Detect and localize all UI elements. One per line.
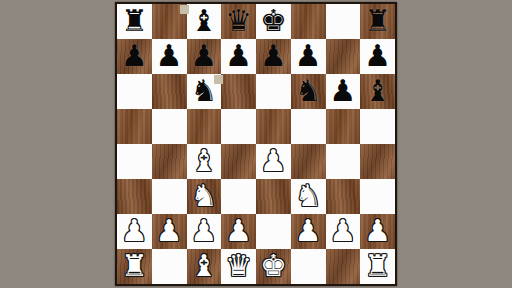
square-a7[interactable]: ♟ — [117, 39, 152, 74]
white-pawn: ♟ — [329, 216, 356, 246]
square-a1[interactable]: ♜ — [117, 249, 152, 284]
square-a4[interactable] — [117, 144, 152, 179]
square-b7[interactable]: ♟ — [152, 39, 187, 74]
square-e2[interactable] — [256, 214, 291, 249]
square-h1[interactable]: ♜ — [360, 249, 395, 284]
white-knight: ♞ — [190, 181, 217, 211]
square-d3[interactable] — [221, 179, 256, 214]
black-pawn: ♟ — [260, 41, 287, 71]
square-e7[interactable]: ♟ — [256, 39, 291, 74]
square-f5[interactable] — [291, 109, 326, 144]
square-h3[interactable] — [360, 179, 395, 214]
square-e6[interactable] — [256, 74, 291, 109]
square-h5[interactable] — [360, 109, 395, 144]
black-king: ♚ — [260, 6, 287, 36]
square-h6[interactable]: ♝ — [360, 74, 395, 109]
square-d5[interactable] — [221, 109, 256, 144]
square-f6[interactable]: ♞ — [291, 74, 326, 109]
square-b1[interactable] — [152, 249, 187, 284]
square-e8[interactable]: ♚ — [256, 4, 291, 39]
square-a6[interactable] — [117, 74, 152, 109]
square-d7[interactable]: ♟ — [221, 39, 256, 74]
white-knight: ♞ — [295, 181, 322, 211]
square-f7[interactable]: ♟ — [291, 39, 326, 74]
white-pawn: ♟ — [156, 216, 183, 246]
square-d4[interactable] — [221, 144, 256, 179]
white-pawn: ♟ — [190, 216, 217, 246]
square-g3[interactable] — [326, 179, 361, 214]
square-e3[interactable] — [256, 179, 291, 214]
square-c3[interactable]: ♞ — [187, 179, 222, 214]
white-bishop: ♝ — [190, 146, 217, 176]
square-b2[interactable]: ♟ — [152, 214, 187, 249]
square-d6[interactable] — [221, 74, 256, 109]
square-c2[interactable]: ♟ — [187, 214, 222, 249]
square-a5[interactable] — [117, 109, 152, 144]
square-f8[interactable] — [291, 4, 326, 39]
square-a8[interactable]: ♜ — [117, 4, 152, 39]
square-h4[interactable] — [360, 144, 395, 179]
square-b8[interactable] — [152, 4, 187, 39]
square-g5[interactable] — [326, 109, 361, 144]
square-a2[interactable]: ♟ — [117, 214, 152, 249]
white-pawn: ♟ — [121, 216, 148, 246]
black-pawn: ♟ — [121, 41, 148, 71]
white-queen: ♛ — [225, 251, 252, 281]
square-f1[interactable] — [291, 249, 326, 284]
square-e1[interactable]: ♚ — [256, 249, 291, 284]
square-d2[interactable]: ♟ — [221, 214, 256, 249]
black-queen: ♛ — [225, 6, 252, 36]
square-g4[interactable] — [326, 144, 361, 179]
square-g8[interactable] — [326, 4, 361, 39]
black-rook: ♜ — [121, 6, 148, 36]
white-pawn: ♟ — [364, 216, 391, 246]
black-bishop: ♝ — [364, 76, 391, 106]
white-rook: ♜ — [121, 251, 148, 281]
square-a3[interactable] — [117, 179, 152, 214]
black-pawn: ♟ — [329, 76, 356, 106]
square-f3[interactable]: ♞ — [291, 179, 326, 214]
black-pawn: ♟ — [225, 41, 252, 71]
square-g6[interactable]: ♟ — [326, 74, 361, 109]
square-c5[interactable] — [187, 109, 222, 144]
black-pawn: ♟ — [295, 41, 322, 71]
chess-board: ♜♝♛♚♜♟♟♟♟♟♟♟♞♞♟♝♝♟♞♞♟♟♟♟♟♟♟♜♝♛♚♜ — [115, 2, 397, 286]
square-e4[interactable]: ♟ — [256, 144, 291, 179]
black-pawn: ♟ — [190, 41, 217, 71]
black-pawn: ♟ — [364, 41, 391, 71]
square-b3[interactable] — [152, 179, 187, 214]
black-knight: ♞ — [190, 76, 217, 106]
last-move-marker — [180, 5, 189, 14]
square-c6[interactable]: ♞ — [187, 74, 222, 109]
square-f2[interactable]: ♟ — [291, 214, 326, 249]
square-c4[interactable]: ♝ — [187, 144, 222, 179]
square-g2[interactable]: ♟ — [326, 214, 361, 249]
square-d1[interactable]: ♛ — [221, 249, 256, 284]
square-d8[interactable]: ♛ — [221, 4, 256, 39]
white-bishop: ♝ — [190, 251, 217, 281]
black-knight: ♞ — [295, 76, 322, 106]
square-c7[interactable]: ♟ — [187, 39, 222, 74]
square-h2[interactable]: ♟ — [360, 214, 395, 249]
square-c8[interactable]: ♝ — [187, 4, 222, 39]
square-f4[interactable] — [291, 144, 326, 179]
black-pawn: ♟ — [156, 41, 183, 71]
white-king: ♚ — [260, 251, 287, 281]
black-rook: ♜ — [364, 6, 391, 36]
square-b4[interactable] — [152, 144, 187, 179]
desktop-background: ♜♝♛♚♜♟♟♟♟♟♟♟♞♞♟♝♝♟♞♞♟♟♟♟♟♟♟♜♝♛♚♜ — [0, 0, 512, 288]
white-pawn: ♟ — [260, 146, 287, 176]
square-e5[interactable] — [256, 109, 291, 144]
square-b6[interactable] — [152, 74, 187, 109]
white-pawn: ♟ — [225, 216, 252, 246]
square-c1[interactable]: ♝ — [187, 249, 222, 284]
square-h8[interactable]: ♜ — [360, 4, 395, 39]
square-b5[interactable] — [152, 109, 187, 144]
square-g1[interactable] — [326, 249, 361, 284]
white-rook: ♜ — [364, 251, 391, 281]
square-g7[interactable] — [326, 39, 361, 74]
square-h7[interactable]: ♟ — [360, 39, 395, 74]
black-bishop: ♝ — [190, 6, 217, 36]
white-pawn: ♟ — [295, 216, 322, 246]
